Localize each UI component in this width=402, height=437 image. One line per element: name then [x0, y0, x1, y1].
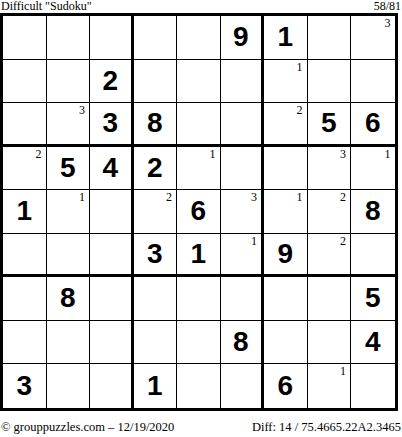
- cell-r7c9[interactable]: 5: [351, 277, 395, 321]
- cell-r5c3[interactable]: [90, 190, 134, 234]
- cell-r6c9[interactable]: [351, 234, 395, 278]
- cell-r6c5[interactable]: 1: [177, 234, 221, 278]
- cell-r1c2[interactable]: [47, 16, 91, 60]
- given-digit: 8: [221, 321, 262, 364]
- given-digit: 3: [134, 234, 177, 275]
- cell-r4c4[interactable]: 2: [134, 147, 178, 191]
- pencil-mark: 1: [340, 365, 346, 378]
- cell-r6c4[interactable]: 3: [134, 234, 178, 278]
- cell-r9c9[interactable]: [351, 364, 395, 408]
- page-title: Difficult "Sudoku": [1, 0, 92, 13]
- cell-r5c5[interactable]: 6: [177, 190, 221, 234]
- cell-r4c7[interactable]: [264, 147, 308, 191]
- given-digit: 2: [90, 60, 131, 103]
- given-digit: 5: [351, 277, 395, 320]
- cell-r4c9[interactable]: 1: [351, 147, 395, 191]
- cell-r7c8[interactable]: [308, 277, 352, 321]
- cell-r5c7[interactable]: 1: [264, 190, 308, 234]
- footer: © grouppuzzles.com – 12/19/2020 Diff: 14…: [0, 420, 402, 435]
- cell-r1c4[interactable]: [134, 16, 178, 60]
- cell-r6c7[interactable]: 9: [264, 234, 308, 278]
- cell-r4c1[interactable]: 2: [3, 147, 47, 191]
- cell-r6c6[interactable]: 1: [221, 234, 265, 278]
- cell-r2c7[interactable]: 1: [264, 60, 308, 104]
- cell-r2c4[interactable]: [134, 60, 178, 104]
- cell-r2c1[interactable]: [3, 60, 47, 104]
- cell-r6c3[interactable]: [90, 234, 134, 278]
- pencil-mark: 3: [251, 191, 257, 204]
- cell-r6c8[interactable]: 2: [308, 234, 352, 278]
- cell-r9c5[interactable]: [177, 364, 221, 408]
- cell-r9c4[interactable]: 1: [134, 364, 178, 408]
- cell-r8c9[interactable]: 4: [351, 321, 395, 365]
- cell-r1c9[interactable]: 3: [351, 16, 395, 60]
- given-digit: 9: [264, 234, 307, 275]
- given-digit: 1: [3, 190, 46, 233]
- cell-r4c5[interactable]: 1: [177, 147, 221, 191]
- cell-r5c2[interactable]: 1: [47, 190, 91, 234]
- cell-r8c3[interactable]: [90, 321, 134, 365]
- given-digit: 1: [177, 234, 220, 275]
- cell-r7c2[interactable]: 8: [47, 277, 91, 321]
- cell-r8c5[interactable]: [177, 321, 221, 365]
- cell-r9c8[interactable]: 1: [308, 364, 352, 408]
- cell-r1c5[interactable]: [177, 16, 221, 60]
- pencil-mark: 2: [166, 191, 172, 204]
- cell-r2c9[interactable]: [351, 60, 395, 104]
- given-digit: 8: [47, 277, 90, 320]
- pencil-mark: 2: [297, 104, 303, 117]
- cell-r4c6[interactable]: [221, 147, 265, 191]
- given-digit: 9: [221, 16, 262, 59]
- pencil-mark: 3: [340, 148, 346, 161]
- cell-r7c1[interactable]: [3, 277, 47, 321]
- cell-r3c6[interactable]: [221, 103, 265, 147]
- copyright-text: © grouppuzzles.com – 12/19/2020: [1, 420, 174, 435]
- cell-r1c6[interactable]: 9: [221, 16, 265, 60]
- given-digit: 5: [308, 103, 351, 144]
- cell-r6c2[interactable]: [47, 234, 91, 278]
- given-digit: 1: [134, 364, 177, 408]
- cell-r3c3[interactable]: 3: [90, 103, 134, 147]
- cell-r1c3[interactable]: [90, 16, 134, 60]
- cell-r3c4[interactable]: 8: [134, 103, 178, 147]
- pencil-mark: 1: [251, 235, 257, 248]
- cell-r8c8[interactable]: [308, 321, 352, 365]
- cell-r2c2[interactable]: [47, 60, 91, 104]
- cell-r1c8[interactable]: [308, 16, 352, 60]
- cell-r5c4[interactable]: 2: [134, 190, 178, 234]
- given-digit: 6: [351, 103, 395, 144]
- pencil-mark: 1: [79, 191, 85, 204]
- sudoku-page: Difficult "Sudoku" 58/81 913213382562542…: [0, 0, 402, 437]
- given-digit: 2: [134, 147, 177, 190]
- cell-r3c7[interactable]: 2: [264, 103, 308, 147]
- pencil-mark: 1: [210, 148, 216, 161]
- solved-counter: 58/81: [374, 0, 401, 13]
- pencil-mark: 2: [36, 148, 42, 161]
- cell-r4c2[interactable]: 5: [47, 147, 91, 191]
- given-digit: 1: [264, 16, 307, 59]
- cell-r5c9[interactable]: 8: [351, 190, 395, 234]
- given-digit: 8: [134, 103, 177, 144]
- cell-r8c4[interactable]: [134, 321, 178, 365]
- given-digit: 8: [351, 190, 395, 233]
- cell-r3c2[interactable]: 3: [47, 103, 91, 147]
- cell-r4c8[interactable]: 3: [308, 147, 352, 191]
- cell-r4c3[interactable]: 4: [90, 147, 134, 191]
- cell-r9c1[interactable]: 3: [3, 364, 47, 408]
- cell-r3c8[interactable]: 5: [308, 103, 352, 147]
- pencil-mark: 2: [340, 235, 346, 248]
- cell-r2c8[interactable]: [308, 60, 352, 104]
- cell-r8c7[interactable]: [264, 321, 308, 365]
- cell-r9c3[interactable]: [90, 364, 134, 408]
- pencil-mark: 1: [297, 61, 303, 74]
- pencil-mark: 2: [340, 191, 346, 204]
- cell-r1c7[interactable]: 1: [264, 16, 308, 60]
- cell-r3c1[interactable]: [3, 103, 47, 147]
- cell-r7c6[interactable]: [221, 277, 265, 321]
- cell-r9c7[interactable]: 6: [264, 364, 308, 408]
- given-digit: 5: [47, 147, 90, 190]
- cell-r9c2[interactable]: [47, 364, 91, 408]
- difficulty-text: Diff: 14 / 75.4665.22A2.3465: [252, 420, 401, 435]
- cell-r2c3[interactable]: 2: [90, 60, 134, 104]
- cell-r8c1[interactable]: [3, 321, 47, 365]
- cell-r5c6[interactable]: 3: [221, 190, 265, 234]
- cell-r3c9[interactable]: 6: [351, 103, 395, 147]
- cell-r7c4[interactable]: [134, 277, 178, 321]
- pencil-mark: 1: [385, 148, 391, 161]
- given-digit: 6: [264, 364, 307, 408]
- pencil-mark: 1: [297, 191, 303, 204]
- cell-r8c2[interactable]: [47, 321, 91, 365]
- given-digit: 4: [351, 321, 395, 364]
- cell-r5c8[interactable]: 2: [308, 190, 352, 234]
- cell-r6c1[interactable]: [3, 234, 47, 278]
- cell-r8c6[interactable]: 8: [221, 321, 265, 365]
- cell-r7c5[interactable]: [177, 277, 221, 321]
- header: Difficult "Sudoku" 58/81: [0, 0, 402, 13]
- pencil-mark: 3: [79, 104, 85, 117]
- given-digit: 3: [90, 103, 131, 144]
- given-digit: 3: [3, 364, 46, 408]
- cell-r7c3[interactable]: [90, 277, 134, 321]
- cell-r7c7[interactable]: [264, 277, 308, 321]
- cell-r2c6[interactable]: [221, 60, 265, 104]
- pencil-mark: 3: [385, 17, 391, 30]
- cell-r9c6[interactable]: [221, 364, 265, 408]
- given-digit: 4: [90, 147, 131, 190]
- cell-r1c1[interactable]: [3, 16, 47, 60]
- cell-r3c5[interactable]: [177, 103, 221, 147]
- given-digit: 6: [177, 190, 220, 233]
- cell-r2c5[interactable]: [177, 60, 221, 104]
- sudoku-board: 913213382562542131112631283119285843161: [0, 13, 398, 411]
- cell-r5c1[interactable]: 1: [3, 190, 47, 234]
